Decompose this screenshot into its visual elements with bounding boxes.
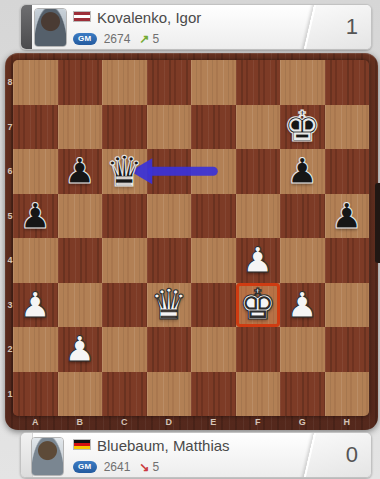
bottom-player-rating: 2641 bbox=[104, 460, 131, 474]
rank-label-8: 8 bbox=[6, 77, 14, 87]
white-queen-d3[interactable]: ♛ bbox=[147, 283, 192, 328]
square-f2[interactable] bbox=[236, 327, 281, 372]
file-label-D: D bbox=[159, 417, 179, 427]
chess-board[interactable]: ♚♟♛♟♟♟♟♟♛♚♟♟ bbox=[13, 60, 369, 416]
square-f5[interactable] bbox=[236, 194, 281, 239]
bottom-player-trend-value: 5 bbox=[152, 460, 159, 474]
square-g2[interactable] bbox=[280, 327, 325, 372]
bottom-player-photo bbox=[32, 438, 63, 475]
file-label-A: A bbox=[25, 417, 45, 427]
top-player-score: 1 bbox=[346, 14, 358, 40]
square-c4[interactable] bbox=[102, 238, 147, 283]
top-player-side-cap bbox=[21, 5, 32, 49]
bottom-player-name[interactable]: Bluebaum, Matthias bbox=[97, 437, 230, 454]
top-player-name[interactable]: Kovalenko, Igor bbox=[97, 9, 201, 26]
square-h8[interactable] bbox=[325, 60, 370, 105]
square-e2[interactable] bbox=[191, 327, 236, 372]
square-a4[interactable] bbox=[13, 238, 58, 283]
rank-label-7: 7 bbox=[6, 122, 14, 132]
black-pawn-g6[interactable]: ♟ bbox=[280, 149, 325, 194]
square-h3[interactable] bbox=[325, 283, 370, 328]
top-player-rating: 2674 bbox=[104, 32, 131, 46]
square-d2[interactable] bbox=[147, 327, 192, 372]
square-e7[interactable] bbox=[191, 105, 236, 150]
square-b4[interactable] bbox=[58, 238, 103, 283]
bottom-player-avatar[interactable] bbox=[31, 437, 64, 476]
square-a8[interactable] bbox=[13, 60, 58, 105]
latvia-flag-icon bbox=[73, 11, 91, 22]
germany-flag-icon bbox=[73, 439, 91, 450]
square-a7[interactable] bbox=[13, 105, 58, 150]
top-player-bar[interactable]: Kovalenko, Igor GM 2674 ↗ 5 1 bbox=[20, 4, 372, 50]
chess-game-view: Kovalenko, Igor GM 2674 ↗ 5 1 ♚♟♛♟♟♟♟♟♛♚… bbox=[0, 0, 380, 479]
top-player-avatar[interactable] bbox=[34, 8, 67, 47]
square-c2[interactable] bbox=[102, 327, 147, 372]
square-h1[interactable] bbox=[325, 372, 370, 417]
square-g4[interactable] bbox=[280, 238, 325, 283]
file-label-B: B bbox=[70, 417, 90, 427]
white-pawn-b2[interactable]: ♟ bbox=[58, 327, 103, 372]
square-e1[interactable] bbox=[191, 372, 236, 417]
square-a2[interactable] bbox=[13, 327, 58, 372]
square-f1[interactable] bbox=[236, 372, 281, 417]
rank-label-4: 4 bbox=[6, 255, 14, 265]
white-pawn-g3[interactable]: ♟ bbox=[280, 283, 325, 328]
square-h2[interactable] bbox=[325, 327, 370, 372]
bottom-player-bar[interactable]: Bluebaum, Matthias GM 2641 ↘ 5 0 bbox=[20, 432, 372, 478]
white-pawn-a3[interactable]: ♟ bbox=[13, 283, 58, 328]
square-f6[interactable] bbox=[236, 149, 281, 194]
square-h4[interactable] bbox=[325, 238, 370, 283]
square-g1[interactable] bbox=[280, 372, 325, 417]
square-e8[interactable] bbox=[191, 60, 236, 105]
square-e5[interactable] bbox=[191, 194, 236, 239]
square-g5[interactable] bbox=[280, 194, 325, 239]
square-h7[interactable] bbox=[325, 105, 370, 150]
square-d6[interactable] bbox=[147, 149, 192, 194]
right-edge-panel-strip bbox=[375, 183, 380, 263]
trend-down-icon: ↘ bbox=[139, 460, 149, 474]
square-g8[interactable] bbox=[280, 60, 325, 105]
square-b1[interactable] bbox=[58, 372, 103, 417]
top-player-title-badge: GM bbox=[73, 33, 97, 45]
rank-label-2: 2 bbox=[6, 344, 14, 354]
file-label-G: G bbox=[292, 417, 312, 427]
square-f8[interactable] bbox=[236, 60, 281, 105]
file-label-H: H bbox=[337, 417, 357, 427]
square-b3[interactable] bbox=[58, 283, 103, 328]
white-king-f3[interactable]: ♚ bbox=[236, 283, 281, 328]
square-d7[interactable] bbox=[147, 105, 192, 150]
square-e3[interactable] bbox=[191, 283, 236, 328]
black-pawn-h5[interactable]: ♟ bbox=[325, 194, 370, 239]
square-d1[interactable] bbox=[147, 372, 192, 417]
white-pawn-f4[interactable]: ♟ bbox=[236, 238, 281, 283]
square-d5[interactable] bbox=[147, 194, 192, 239]
square-e6[interactable] bbox=[191, 149, 236, 194]
square-f7[interactable] bbox=[236, 105, 281, 150]
black-queen-c6[interactable]: ♛ bbox=[102, 149, 147, 194]
square-d4[interactable] bbox=[147, 238, 192, 283]
square-d8[interactable] bbox=[147, 60, 192, 105]
black-pawn-a5[interactable]: ♟ bbox=[13, 194, 58, 239]
chess-board-frame: ♚♟♛♟♟♟♟♟♛♚♟♟ 87654321ABCDEFGH bbox=[5, 53, 378, 430]
bottom-player-title-badge: GM bbox=[73, 461, 97, 473]
rank-label-6: 6 bbox=[6, 166, 14, 176]
square-a6[interactable] bbox=[13, 149, 58, 194]
file-label-F: F bbox=[248, 417, 268, 427]
trend-up-icon: ↗ bbox=[139, 32, 149, 46]
square-h6[interactable] bbox=[325, 149, 370, 194]
square-a1[interactable] bbox=[13, 372, 58, 417]
square-e4[interactable] bbox=[191, 238, 236, 283]
file-label-E: E bbox=[203, 417, 223, 427]
bottom-player-score: 0 bbox=[346, 442, 358, 468]
file-label-C: C bbox=[114, 417, 134, 427]
bottom-player-score-section: 0 bbox=[293, 433, 371, 477]
square-b8[interactable] bbox=[58, 60, 103, 105]
top-player-photo bbox=[35, 9, 66, 46]
top-player-score-section: 1 bbox=[293, 5, 371, 49]
square-b7[interactable] bbox=[58, 105, 103, 150]
square-c8[interactable] bbox=[102, 60, 147, 105]
square-c7[interactable] bbox=[102, 105, 147, 150]
top-player-trend-value: 5 bbox=[152, 32, 159, 46]
black-pawn-b6[interactable]: ♟ bbox=[58, 149, 103, 194]
square-c5[interactable] bbox=[102, 194, 147, 239]
rank-label-1: 1 bbox=[6, 389, 14, 399]
square-b5[interactable] bbox=[58, 194, 103, 239]
square-c1[interactable] bbox=[102, 372, 147, 417]
square-c3[interactable] bbox=[102, 283, 147, 328]
black-king-g7[interactable]: ♚ bbox=[280, 105, 325, 150]
